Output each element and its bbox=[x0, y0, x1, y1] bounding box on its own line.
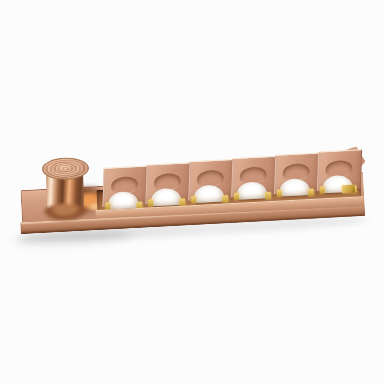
brass-glint bbox=[222, 195, 228, 202]
brass-glint bbox=[277, 189, 282, 196]
brass-glint bbox=[308, 189, 314, 196]
brass-glint bbox=[191, 196, 196, 203]
units-layer bbox=[12, 124, 368, 143]
brass-glint bbox=[234, 193, 239, 200]
brass-glint bbox=[265, 192, 271, 199]
copper-tray bbox=[12, 124, 373, 246]
cylinder-knob-reflection bbox=[43, 203, 87, 221]
brass-glint bbox=[320, 186, 325, 193]
product-photo bbox=[0, 0, 384, 384]
cylinder-knob bbox=[42, 157, 94, 226]
candles-layer bbox=[12, 124, 368, 143]
brass-glint bbox=[148, 199, 153, 206]
brass-latch bbox=[342, 185, 355, 194]
